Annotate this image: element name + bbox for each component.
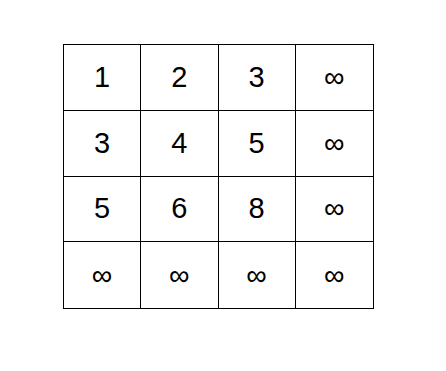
cell-r3c4: ∞: [296, 177, 373, 243]
puzzle-grid: 1 2 3 ∞ 3 4 5 ∞ 5 6 8 ∞ ∞ ∞ ∞ ∞: [63, 44, 374, 309]
cell-r4c1: ∞: [64, 242, 141, 308]
cell-r1c3: 3: [219, 45, 296, 111]
cell-r3c2: 6: [141, 177, 218, 243]
cell-r1c1: 1: [64, 45, 141, 111]
cell-r3c3: 8: [219, 177, 296, 243]
cell-r2c2: 4: [141, 111, 218, 177]
cell-r4c2: ∞: [141, 242, 218, 308]
cell-r3c1: 5: [64, 177, 141, 243]
cell-r1c2: 2: [141, 45, 218, 111]
cell-r4c4: ∞: [296, 242, 373, 308]
cell-r2c1: 3: [64, 111, 141, 177]
cell-r2c3: 5: [219, 111, 296, 177]
cell-r2c4: ∞: [296, 111, 373, 177]
cell-r1c4: ∞: [296, 45, 373, 111]
cell-r4c3: ∞: [219, 242, 296, 308]
